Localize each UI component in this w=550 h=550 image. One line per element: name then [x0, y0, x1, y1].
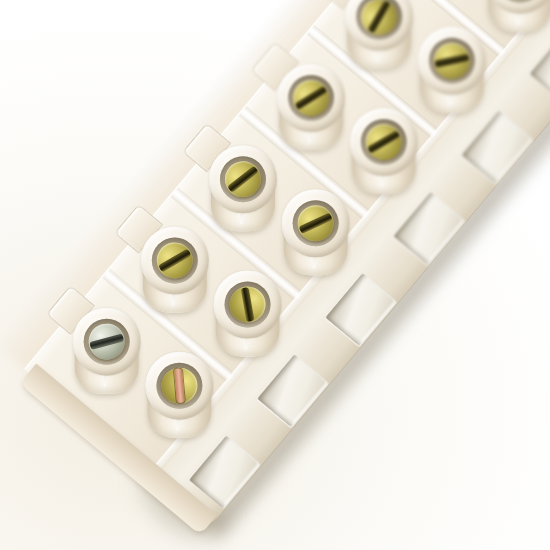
screw-slot — [241, 287, 255, 322]
barrel-rim — [141, 226, 209, 294]
screw-opening — [293, 200, 339, 246]
screw-head — [150, 236, 199, 285]
terminal-barrel — [209, 145, 277, 213]
barrel-rim — [418, 27, 486, 95]
barrel-rim — [73, 308, 141, 376]
screw-head — [160, 366, 199, 405]
screw-head — [355, 0, 404, 41]
screw-head — [227, 284, 269, 326]
screw-opening — [225, 281, 271, 327]
screw-opening — [429, 38, 475, 84]
terminal-barrel — [345, 0, 413, 51]
screw-head — [218, 154, 269, 205]
terminal-barrel — [145, 352, 213, 420]
barrel-rim — [350, 108, 418, 176]
screw-head — [286, 73, 336, 123]
screw-opening — [356, 0, 402, 40]
screw-opening — [152, 237, 198, 283]
screw-slot — [367, 130, 400, 154]
screw-head — [85, 320, 129, 364]
barrel-rim — [209, 145, 277, 213]
barrel-rim — [145, 352, 213, 420]
screw-head — [359, 117, 408, 166]
terminal-barrel — [418, 27, 486, 95]
screw-opening — [497, 0, 543, 3]
barrel-rim — [214, 270, 282, 338]
screw-opening — [220, 156, 266, 202]
screw-slot — [89, 333, 124, 350]
terminal-barrel — [277, 64, 345, 132]
screw-slot — [367, 0, 391, 33]
screw-opening — [288, 75, 334, 121]
terminal-barrel — [282, 189, 350, 257]
screw-opening — [84, 319, 130, 365]
terminal-barrel — [141, 226, 209, 294]
screw-opening — [361, 119, 407, 165]
barrel-rim — [282, 189, 350, 257]
screw-slot — [299, 212, 333, 234]
barrel-rim — [277, 64, 345, 132]
screw-slot — [295, 86, 328, 111]
screw-head — [292, 199, 340, 247]
terminal-barrel — [214, 270, 282, 338]
screw-slot — [174, 368, 185, 403]
terminal-barrel — [350, 108, 418, 176]
terminal-barrel — [486, 0, 550, 14]
terminal-barrel — [73, 308, 141, 376]
screw-slot — [434, 53, 469, 68]
photo-background — [0, 0, 550, 550]
screw-slot — [158, 248, 191, 272]
screw-slot — [227, 166, 259, 193]
screw-opening — [156, 363, 202, 409]
screw-head — [431, 40, 474, 83]
